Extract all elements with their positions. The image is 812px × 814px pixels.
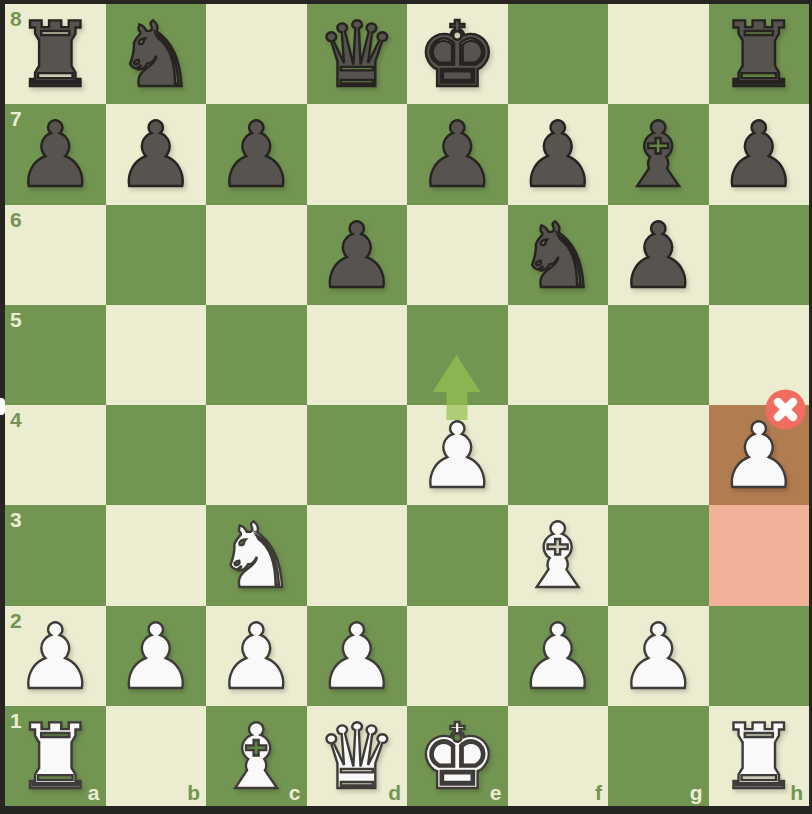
piece-black-pawn[interactable]: ♟	[216, 110, 297, 200]
rank-label-6: 6	[10, 209, 22, 230]
square-c1[interactable]: c♝	[206, 706, 307, 806]
square-e4[interactable]: ♟	[407, 405, 508, 505]
square-e2[interactable]	[407, 606, 508, 706]
square-h2[interactable]	[709, 606, 810, 706]
piece-white-rook[interactable]: ♜	[15, 712, 96, 802]
file-label-f: f	[595, 782, 602, 803]
rank-label-5: 5	[10, 309, 22, 330]
square-a8[interactable]: 8♜	[5, 4, 106, 104]
piece-white-pawn[interactable]: ♟	[115, 612, 196, 702]
square-d5[interactable]	[307, 305, 408, 405]
piece-black-pawn[interactable]: ♟	[15, 110, 96, 200]
square-a4[interactable]: 4	[5, 405, 106, 505]
piece-white-pawn[interactable]: ♟	[316, 612, 397, 702]
piece-black-pawn[interactable]: ♟	[517, 110, 598, 200]
square-g7[interactable]: ♝	[608, 104, 709, 204]
square-f3[interactable]: ♝	[508, 505, 609, 605]
square-e8[interactable]: ♚	[407, 4, 508, 104]
square-b3[interactable]	[106, 505, 207, 605]
square-f6[interactable]: ♞	[508, 205, 609, 305]
piece-black-queen[interactable]: ♛	[316, 10, 397, 100]
app-background: 8♜♞♛♚♜7♟♟♟♟♟♝♟6♟♞♟54♟♟3♞♝2♟♟♟♟♟♟1a♜bc♝d♛…	[0, 0, 812, 814]
square-g6[interactable]: ♟	[608, 205, 709, 305]
x-cross-icon	[778, 402, 793, 417]
square-b4[interactable]	[106, 405, 207, 505]
piece-white-pawn[interactable]: ♟	[216, 612, 297, 702]
square-a7[interactable]: 7♟	[5, 104, 106, 204]
square-g2[interactable]: ♟	[608, 606, 709, 706]
piece-white-bishop[interactable]: ♝	[216, 712, 297, 802]
piece-black-king[interactable]: ♚	[417, 10, 498, 100]
square-e7[interactable]: ♟	[407, 104, 508, 204]
square-b5[interactable]	[106, 305, 207, 405]
incorrect-move-indicator	[765, 389, 806, 430]
file-label-g: g	[690, 782, 703, 803]
square-b2[interactable]: ♟	[106, 606, 207, 706]
square-g3[interactable]	[608, 505, 709, 605]
square-a2[interactable]: 2♟	[5, 606, 106, 706]
piece-black-pawn[interactable]: ♟	[316, 211, 397, 301]
square-d4[interactable]	[307, 405, 408, 505]
square-f7[interactable]: ♟	[508, 104, 609, 204]
square-c7[interactable]: ♟	[206, 104, 307, 204]
square-c2[interactable]: ♟	[206, 606, 307, 706]
square-b1[interactable]: b	[106, 706, 207, 806]
square-a5[interactable]: 5	[5, 305, 106, 405]
square-e3[interactable]	[407, 505, 508, 605]
piece-black-pawn[interactable]: ♟	[115, 110, 196, 200]
piece-white-queen[interactable]: ♛	[316, 712, 397, 802]
square-f2[interactable]: ♟	[508, 606, 609, 706]
piece-white-knight[interactable]: ♞	[216, 511, 297, 601]
square-a3[interactable]: 3	[5, 505, 106, 605]
square-g5[interactable]	[608, 305, 709, 405]
square-e1[interactable]: e♚	[407, 706, 508, 806]
piece-white-pawn[interactable]: ♟	[517, 612, 598, 702]
square-h1[interactable]: h♜	[709, 706, 810, 806]
piece-black-knight[interactable]: ♞	[517, 211, 598, 301]
square-c8[interactable]	[206, 4, 307, 104]
square-g1[interactable]: g	[608, 706, 709, 806]
square-d6[interactable]: ♟	[307, 205, 408, 305]
square-g4[interactable]	[608, 405, 709, 505]
piece-black-rook[interactable]: ♜	[15, 10, 96, 100]
square-c5[interactable]	[206, 305, 307, 405]
piece-white-rook[interactable]: ♜	[718, 712, 799, 802]
square-c4[interactable]	[206, 405, 307, 505]
square-a6[interactable]: 6	[5, 205, 106, 305]
square-f1[interactable]: f	[508, 706, 609, 806]
square-e6[interactable]	[407, 205, 508, 305]
square-c6[interactable]	[206, 205, 307, 305]
piece-black-pawn[interactable]: ♟	[618, 211, 699, 301]
square-b8[interactable]: ♞	[106, 4, 207, 104]
square-a1[interactable]: 1a♜	[5, 706, 106, 806]
square-b6[interactable]	[106, 205, 207, 305]
square-h8[interactable]: ♜	[709, 4, 810, 104]
piece-white-pawn[interactable]: ♟	[618, 612, 699, 702]
square-f4[interactable]	[508, 405, 609, 505]
piece-black-pawn[interactable]: ♟	[718, 110, 799, 200]
square-h6[interactable]	[709, 205, 810, 305]
square-d1[interactable]: d♛	[307, 706, 408, 806]
piece-black-knight[interactable]: ♞	[115, 10, 196, 100]
square-g8[interactable]	[608, 4, 709, 104]
square-f5[interactable]	[508, 305, 609, 405]
piece-black-bishop[interactable]: ♝	[618, 110, 699, 200]
square-c3[interactable]: ♞	[206, 505, 307, 605]
piece-white-king[interactable]: ♚	[417, 712, 498, 802]
square-d3[interactable]	[307, 505, 408, 605]
rank-label-3: 3	[10, 509, 22, 530]
piece-black-rook[interactable]: ♜	[718, 10, 799, 100]
square-h7[interactable]: ♟	[709, 104, 810, 204]
piece-white-pawn[interactable]: ♟	[417, 411, 498, 501]
side-panel-handle[interactable]	[0, 398, 5, 415]
square-e5[interactable]	[407, 305, 508, 405]
square-b7[interactable]: ♟	[106, 104, 207, 204]
square-d2[interactable]: ♟	[307, 606, 408, 706]
square-d7[interactable]	[307, 104, 408, 204]
square-f8[interactable]	[508, 4, 609, 104]
piece-black-pawn[interactable]: ♟	[417, 110, 498, 200]
square-h3[interactable]	[709, 505, 810, 605]
square-d8[interactable]: ♛	[307, 4, 408, 104]
piece-white-pawn[interactable]: ♟	[15, 612, 96, 702]
chess-board: 8♜♞♛♚♜7♟♟♟♟♟♝♟6♟♞♟54♟♟3♞♝2♟♟♟♟♟♟1a♜bc♝d♛…	[5, 4, 809, 806]
file-label-b: b	[187, 782, 200, 803]
rank-label-4: 4	[10, 409, 22, 430]
piece-white-bishop[interactable]: ♝	[517, 511, 598, 601]
